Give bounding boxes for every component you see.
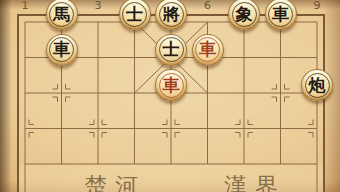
piece-glyph: 將 [163,6,180,23]
piece-glyph: 車 [53,41,70,58]
piece-black-advisor[interactable]: 士 [119,0,151,30]
piece-glyph: 車 [163,77,180,94]
piece-glyph: 士 [126,6,143,23]
piece-black-horse[interactable]: 馬 [46,0,78,30]
piece-glyph: 馬 [53,6,70,23]
piece-black-general[interactable]: 將 [155,0,187,30]
piece-layer: 馬士將象車車士車車炮 [7,0,336,192]
piece-red-chariot[interactable]: 車 [192,34,224,66]
piece-glyph: 象 [236,6,253,23]
xiangqi-board[interactable]: 123456789 楚河 漢界 馬士將象車車士車車炮 [0,0,340,192]
piece-black-chariot[interactable]: 車 [46,34,78,66]
piece-black-advisor[interactable]: 士 [155,34,187,66]
piece-glyph: 車 [272,6,289,23]
piece-red-chariot[interactable]: 車 [155,69,187,101]
piece-glyph: 士 [163,41,180,58]
piece-glyph: 車 [199,41,216,58]
piece-black-cannon[interactable]: 炮 [301,69,333,101]
piece-black-elephant[interactable]: 象 [228,0,260,30]
piece-black-chariot[interactable]: 車 [265,0,297,30]
piece-glyph: 炮 [309,77,326,94]
